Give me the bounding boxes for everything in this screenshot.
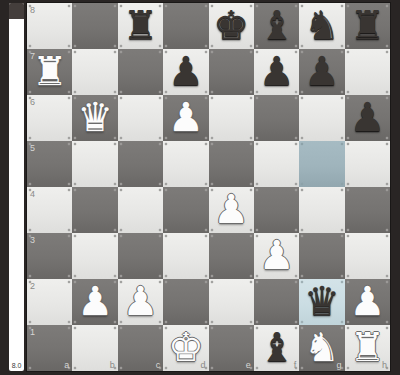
black-pawn[interactable]: ♟ (304, 51, 340, 91)
white-pawn[interactable]: ♟ (259, 235, 295, 275)
evaluation-score: 8.0 (9, 362, 24, 370)
file-label-e: e (246, 360, 251, 370)
square-b3[interactable] (72, 233, 117, 279)
square-d7[interactable]: ♟ (163, 49, 208, 95)
square-g7[interactable]: ♟ (299, 49, 344, 95)
chess-board: 8♜♚♝♞♜7♜♟♟♟6♛♟♟54♟3♟2♟♟♛♟1abcd♚ef♝g♞h♜ (27, 3, 390, 371)
square-b6[interactable]: ♛ (72, 95, 117, 141)
black-queen[interactable]: ♛ (304, 281, 340, 321)
white-pawn[interactable]: ♟ (77, 281, 113, 321)
square-f2[interactable] (254, 279, 299, 325)
square-h7[interactable] (345, 49, 390, 95)
square-e5[interactable] (209, 141, 254, 187)
square-a6[interactable]: 6 (27, 95, 72, 141)
square-c1[interactable]: c (118, 325, 163, 371)
square-a4[interactable]: 4 (27, 187, 72, 233)
rank-label-5: 5 (30, 143, 35, 153)
square-d1[interactable]: d♚ (163, 325, 208, 371)
white-king[interactable]: ♚ (168, 327, 204, 367)
square-c3[interactable] (118, 233, 163, 279)
square-b8[interactable] (72, 3, 117, 49)
black-knight[interactable]: ♞ (304, 5, 340, 45)
black-king[interactable]: ♚ (213, 5, 249, 45)
square-g1[interactable]: g♞ (299, 325, 344, 371)
white-pawn[interactable]: ♟ (168, 97, 204, 137)
square-b4[interactable] (72, 187, 117, 233)
square-a8[interactable]: 8 (27, 3, 72, 49)
square-a2[interactable]: 2 (27, 279, 72, 325)
square-c6[interactable] (118, 95, 163, 141)
square-e4[interactable]: ♟ (209, 187, 254, 233)
white-pawn[interactable]: ♟ (349, 281, 385, 321)
square-c5[interactable] (118, 141, 163, 187)
square-b1[interactable]: b (72, 325, 117, 371)
square-b2[interactable]: ♟ (72, 279, 117, 325)
white-queen[interactable]: ♛ (77, 97, 113, 137)
white-rook[interactable]: ♜ (32, 51, 68, 91)
square-a5[interactable]: 5 (27, 141, 72, 187)
white-pawn[interactable]: ♟ (123, 281, 159, 321)
square-h5[interactable] (345, 141, 390, 187)
black-bishop[interactable]: ♝ (259, 327, 295, 367)
rank-label-2: 2 (30, 281, 35, 291)
square-f5[interactable] (254, 141, 299, 187)
white-knight[interactable]: ♞ (304, 327, 340, 367)
square-b5[interactable] (72, 141, 117, 187)
square-d3[interactable] (163, 233, 208, 279)
square-e8[interactable]: ♚ (209, 3, 254, 49)
square-d8[interactable] (163, 3, 208, 49)
square-e7[interactable] (209, 49, 254, 95)
black-rook[interactable]: ♜ (123, 5, 159, 45)
square-g2[interactable]: ♛ (299, 279, 344, 325)
file-label-b: b (110, 360, 115, 370)
black-rook[interactable]: ♜ (349, 5, 385, 45)
square-f3[interactable]: ♟ (254, 233, 299, 279)
square-f7[interactable]: ♟ (254, 49, 299, 95)
square-d4[interactable] (163, 187, 208, 233)
square-g3[interactable] (299, 233, 344, 279)
square-d5[interactable] (163, 141, 208, 187)
square-h8[interactable]: ♜ (345, 3, 390, 49)
square-d2[interactable] (163, 279, 208, 325)
square-a7[interactable]: 7♜ (27, 49, 72, 95)
square-c8[interactable]: ♜ (118, 3, 163, 49)
square-f6[interactable] (254, 95, 299, 141)
evaluation-bar: 8.0 (9, 3, 24, 371)
chess-app: 8.0 8♜♚♝♞♜7♜♟♟♟6♛♟♟54♟3♟2♟♟♛♟1abcd♚ef♝g♞… (0, 0, 400, 375)
square-e3[interactable] (209, 233, 254, 279)
white-pawn[interactable]: ♟ (213, 189, 249, 229)
square-f8[interactable]: ♝ (254, 3, 299, 49)
black-pawn[interactable]: ♟ (259, 51, 295, 91)
square-e1[interactable]: e (209, 325, 254, 371)
black-pawn[interactable]: ♟ (349, 97, 385, 137)
square-h4[interactable] (345, 187, 390, 233)
square-f1[interactable]: f♝ (254, 325, 299, 371)
square-e2[interactable] (209, 279, 254, 325)
file-label-c: c (156, 360, 161, 370)
rank-label-4: 4 (30, 189, 35, 199)
square-c2[interactable]: ♟ (118, 279, 163, 325)
rank-label-8: 8 (30, 5, 35, 15)
black-bishop[interactable]: ♝ (259, 5, 295, 45)
square-d6[interactable]: ♟ (163, 95, 208, 141)
square-e6[interactable] (209, 95, 254, 141)
white-rook[interactable]: ♜ (349, 327, 385, 367)
square-f4[interactable] (254, 187, 299, 233)
square-h3[interactable] (345, 233, 390, 279)
square-g6[interactable] (299, 95, 344, 141)
square-c7[interactable] (118, 49, 163, 95)
square-g4[interactable] (299, 187, 344, 233)
square-g8[interactable]: ♞ (299, 3, 344, 49)
square-a3[interactable]: 3 (27, 233, 72, 279)
square-h2[interactable]: ♟ (345, 279, 390, 325)
square-h1[interactable]: h♜ (345, 325, 390, 371)
square-a1[interactable]: 1a (27, 325, 72, 371)
rank-label-1: 1 (30, 327, 35, 337)
square-g5[interactable] (299, 141, 344, 187)
rank-label-6: 6 (30, 97, 35, 107)
square-b7[interactable] (72, 49, 117, 95)
evaluation-bar-black-section (9, 3, 24, 19)
black-pawn[interactable]: ♟ (168, 51, 204, 91)
square-h6[interactable]: ♟ (345, 95, 390, 141)
rank-label-3: 3 (30, 235, 35, 245)
file-label-a: a (64, 360, 69, 370)
square-c4[interactable] (118, 187, 163, 233)
